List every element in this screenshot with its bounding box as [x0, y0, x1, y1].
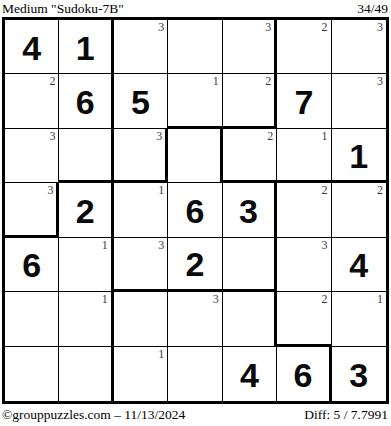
cell-r2c2[interactable]: 6	[59, 74, 113, 128]
cell-r2c6[interactable]: 7	[277, 74, 331, 128]
pencil-mark: 1	[213, 75, 219, 88]
cell-r7c2[interactable]	[59, 347, 113, 401]
cell-r5c7[interactable]: 4	[332, 238, 386, 292]
cell-r3c1[interactable]: 3	[5, 129, 59, 183]
cell-r1c7[interactable]: 3	[332, 20, 386, 74]
pencil-mark: 1	[322, 130, 328, 143]
pencil-mark: 3	[377, 21, 383, 34]
given-digit: 6	[293, 356, 312, 392]
cell-r6c2[interactable]: 1	[59, 292, 113, 346]
cell-r5c5[interactable]	[223, 238, 277, 292]
cell-r6c1[interactable]	[5, 292, 59, 346]
given-digit: 2	[186, 245, 205, 281]
cell-r5c4[interactable]: 2	[168, 238, 222, 292]
difficulty-label: Diff: 5 / 7.7991	[304, 407, 388, 423]
pencil-mark: 1	[158, 348, 164, 361]
pencil-mark: 3	[213, 293, 219, 306]
cell-r6c4[interactable]: 3	[168, 292, 222, 346]
puzzle-title: Medium "Sudoku-7B"	[2, 1, 124, 17]
copyright-date: ©grouppuzzles.com – 11/13/2024	[2, 407, 185, 423]
cell-r6c3[interactable]	[114, 292, 168, 346]
pencil-mark: 3	[322, 239, 328, 252]
cell-r3c6[interactable]: 1	[277, 129, 331, 183]
given-digit: 6	[22, 246, 41, 282]
cell-r1c5[interactable]: 3	[223, 20, 277, 74]
cell-r1c6[interactable]: 2	[277, 20, 331, 74]
progress-counter: 34/49	[357, 1, 388, 17]
cell-r6c7[interactable]: 1	[332, 292, 386, 346]
given-digit: 4	[240, 356, 259, 392]
cell-r4c7[interactable]: 2	[332, 183, 386, 237]
cell-r5c2[interactable]: 1	[59, 238, 113, 292]
cell-r3c5[interactable]: 2	[223, 129, 277, 183]
given-digit: 6	[76, 83, 95, 119]
cell-r4c6[interactable]: 2	[277, 183, 331, 237]
cell-r2c3[interactable]: 5	[114, 74, 168, 128]
cell-r3c7[interactable]: 1	[332, 129, 386, 183]
footer-bar: ©grouppuzzles.com – 11/13/2024 Diff: 5 /…	[0, 407, 391, 423]
cell-r3c2[interactable]	[59, 129, 113, 183]
pencil-mark: 3	[158, 239, 164, 252]
cell-r6c6[interactable]: 2	[277, 292, 331, 346]
cell-r7c7[interactable]: 3	[332, 347, 386, 401]
pencil-mark: 3	[265, 21, 271, 34]
cell-r4c4[interactable]: 6	[168, 183, 222, 237]
cell-r5c1[interactable]: 6	[5, 238, 59, 292]
given-digit: 6	[186, 192, 205, 228]
pencil-mark: 2	[322, 184, 328, 197]
cell-r5c3[interactable]: 3	[114, 238, 168, 292]
given-digit: 1	[76, 29, 95, 65]
pencil-mark: 3	[156, 130, 162, 143]
cell-r4c2[interactable]: 2	[59, 183, 113, 237]
cell-r5c6[interactable]: 3	[277, 238, 331, 292]
cell-r7c5[interactable]: 4	[223, 347, 277, 401]
pencil-mark: 2	[322, 293, 328, 306]
given-digit: 2	[76, 192, 95, 228]
pencil-mark: 3	[49, 130, 55, 143]
cell-r4c3[interactable]: 1	[114, 183, 168, 237]
cell-r3c3[interactable]: 3	[114, 129, 168, 183]
given-digit: 4	[22, 29, 41, 65]
cell-r1c1[interactable]: 4	[5, 20, 59, 74]
pencil-mark: 1	[377, 293, 383, 306]
pencil-mark: 1	[102, 239, 108, 252]
cell-r4c1[interactable]: 3	[5, 183, 59, 237]
pencil-mark: 1	[102, 293, 108, 306]
cell-r4c5[interactable]: 3	[223, 183, 277, 237]
pencil-mark: 1	[158, 184, 164, 197]
given-digit: 4	[349, 246, 368, 282]
cell-r6c5[interactable]	[223, 292, 277, 346]
cell-r7c4[interactable]	[168, 347, 222, 401]
page: { "game": "sudoku-7B (7x7 irregular jigs…	[0, 0, 391, 426]
pencil-mark: 3	[47, 184, 53, 197]
cell-r7c6[interactable]: 6	[277, 347, 331, 401]
cell-r2c1[interactable]: 2	[5, 74, 59, 128]
pencil-mark: 2	[49, 75, 55, 88]
sudoku-board: 413323265127333211321632261323413211463	[2, 17, 389, 404]
pencil-mark: 2	[377, 184, 383, 197]
cell-r1c4[interactable]	[168, 20, 222, 74]
given-digit: 1	[349, 137, 368, 173]
cell-r7c1[interactable]	[5, 347, 59, 401]
given-digit: 3	[349, 356, 368, 392]
cell-r2c4[interactable]: 1	[168, 74, 222, 128]
given-digit: 3	[239, 192, 258, 228]
cell-r2c7[interactable]: 3	[332, 74, 386, 128]
cell-r1c3[interactable]: 3	[114, 20, 168, 74]
given-digit: 7	[294, 83, 313, 119]
cell-r3c4[interactable]	[168, 129, 222, 183]
given-digit: 5	[131, 83, 150, 119]
pencil-mark: 3	[377, 75, 383, 88]
header-bar: Medium "Sudoku-7B" 34/49	[0, 0, 391, 17]
cell-r2c5[interactable]: 2	[223, 74, 277, 128]
pencil-mark: 2	[322, 21, 328, 34]
pencil-mark: 3	[158, 21, 164, 34]
pencil-mark: 2	[265, 75, 271, 88]
pencil-mark: 2	[267, 130, 273, 143]
cell-r7c3[interactable]: 1	[114, 347, 168, 401]
cell-r1c2[interactable]: 1	[59, 20, 113, 74]
